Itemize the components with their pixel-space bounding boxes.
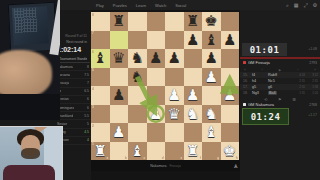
square-e6[interactable]: ♟ [165,49,184,68]
chess-board: 8♜♜♚7♟♝♟6♝♛♞♟♟♟5♞♟4♟♟♟♟3♟♛♞♞2♟♝1a♜bc♝def… [91,12,239,160]
square-h6[interactable] [221,49,240,68]
black-knight-icon: ♞ [131,68,144,87]
white-player-row: GM Nakamura 2768 [240,101,320,108]
square-b3[interactable] [110,105,129,124]
white-player-rating: 2768 [309,103,317,107]
square-d1[interactable]: d [147,142,166,161]
rank-label: 1 [92,142,94,146]
square-f5[interactable] [184,68,203,87]
file-label: a [107,156,109,160]
square-c1[interactable]: c♝ [128,142,147,161]
square-a7[interactable]: 7 [91,31,110,50]
standings-score: 4 [87,138,89,142]
standings-score: 5.5 [84,114,89,118]
tab-standings[interactable]: Tournament Standings [59,57,87,61]
standings-score: 5 [87,122,89,126]
move-white-time: 4:03 [285,73,307,77]
white-player-name: GM Nakamura [248,102,309,107]
black-pawn-icon: ♟ [112,86,125,105]
first-move-icon[interactable]: « [244,68,246,72]
white-queen-icon: ♛ [168,105,181,124]
black-pawn-icon: ♟ [205,49,218,68]
black-player-dot [243,61,246,64]
nav-icons: ⌕▦⤢⚙ [286,0,317,10]
standings-score: 6.5 [84,89,89,93]
standings-row[interactable]: Dominguez6 [55,104,91,112]
square-e3[interactable]: ♛ [165,105,184,124]
move-black-time: 1:24 [307,91,320,95]
standings-score: 4.5 [84,130,89,134]
square-g4[interactable] [202,86,221,105]
square-b6[interactable]: ♛ [110,49,129,68]
square-f4[interactable]: ♟ [184,86,203,105]
black-pawn-icon: ♟ [149,49,162,68]
square-c5[interactable]: ♞ [128,68,147,87]
move-number: 18. [243,91,252,95]
settings-icon[interactable]: ⚙ [313,2,317,8]
black-player-row: GM Firouzja 2793 [240,59,320,66]
square-b2[interactable]: ♟ [110,123,129,142]
streamer-beard [21,148,40,159]
white-rook-icon: ♜ [94,142,107,161]
rank-label: 4 [92,87,94,91]
square-a3[interactable]: 3 [91,105,110,124]
move-black[interactable]: Rab8 [268,73,285,77]
move-white-time: 1:31 [285,91,307,95]
standings-row[interactable]: So6.5 [55,88,91,96]
next-move-icon[interactable]: › [297,68,298,72]
square-c6[interactable]: ♞ [128,49,147,68]
square-h3[interactable] [221,105,240,124]
square-c8[interactable] [128,12,147,31]
square-e8[interactable] [165,12,184,31]
black-player-name: GM Firouzja [248,60,309,65]
standings-row[interactable]: Aronian6 [55,96,91,104]
file-label: e [181,156,183,160]
rank-label: 3 [92,105,94,109]
square-h7[interactable]: ♟ [221,31,240,50]
black-player-rating: 2793 [309,61,317,65]
standings-row[interactable]: Nakamura8 [55,63,91,71]
square-d7[interactable] [147,31,166,50]
round-label: Round 9 of 11 [65,34,87,38]
white-pawn-icon: ♙ [234,163,238,169]
square-c4[interactable] [128,86,147,105]
black-pawn-icon: ♟ [223,31,236,50]
rank-label: 5 [92,68,94,72]
black-king-icon: ♚ [205,12,218,31]
square-a2[interactable]: 2 [91,123,110,142]
move-number: 16. [243,79,252,83]
square-f8[interactable]: ♜ [184,12,203,31]
standings-score: 7 [87,81,89,85]
square-g5[interactable]: ♟ [202,68,221,87]
square-f7[interactable]: ♟ [184,31,203,50]
move-white[interactable]: f4 [252,73,268,77]
square-h4[interactable]: ♟ [221,86,240,105]
rank-label: 6 [92,50,94,54]
move-white-time: 2:10 [285,85,307,89]
file-label: c [144,156,146,160]
file-label: d [162,156,164,160]
countdown-label: Next round in [66,40,87,44]
layout-icon[interactable]: ▦ [294,2,299,8]
move-number: 15. [243,73,252,77]
black-clock-note: +1.08 [308,47,317,51]
white-pawn-icon: ♟ [168,86,181,105]
square-b8[interactable]: ♜ [110,12,129,31]
square-d4[interactable] [147,86,166,105]
move-white[interactable]: Ng3 [252,91,268,95]
white-rook-icon: ♜ [186,142,199,161]
search-icon[interactable]: ⌕ [286,2,289,9]
countdown-timer: 1:02:14 [57,46,81,53]
footer-player-black: Firouzja [169,164,180,168]
square-f3[interactable]: ♞ [184,105,203,124]
file-label: f [200,156,201,160]
standings-score: 8 [87,65,89,69]
square-e2[interactable] [165,123,184,142]
black-clock: 01:01 [242,43,287,56]
nav-item-social[interactable]: Social [175,3,186,8]
square-c2[interactable] [128,123,147,142]
nav-item-puzzles[interactable]: Puzzles [113,3,127,8]
square-c7[interactable] [128,31,147,50]
square-e4[interactable]: ♟ [165,86,184,105]
white-pawn-icon: ♟ [205,68,218,87]
white-bishop-icon: ♝ [131,142,144,161]
streamer-shirt [3,165,55,180]
movelist-controls: «‹▶›» [244,68,316,72]
black-rook-icon: ♜ [186,12,199,31]
move-list: 15.f4Rab84:033:1216.h4Nc52:552:3117.g5g6… [240,72,320,96]
square-b4[interactable]: ♟ [110,86,129,105]
square-b7[interactable] [110,31,129,50]
black-bishop-icon: ♝ [205,31,218,50]
square-g8[interactable]: ♚ [202,12,221,31]
square-e5[interactable] [165,68,184,87]
square-h5[interactable] [221,68,240,87]
white-pawn-icon: ♟ [112,123,125,142]
square-c3[interactable] [128,105,147,124]
square-d3[interactable]: ♟ [147,105,166,124]
square-d5[interactable] [147,68,166,87]
standings-score: 6 [87,97,89,101]
square-b1[interactable]: b [110,142,129,161]
square-g7[interactable]: ♝ [202,31,221,50]
move-number: 17. [243,85,252,89]
nav-item-learn[interactable]: Learn [136,3,146,8]
nav-item-play[interactable]: Play [96,3,104,8]
move-white[interactable]: h4 [252,79,268,83]
rank-label: 2 [92,124,94,128]
square-g1[interactable]: g [202,142,221,161]
sidebar-tabs: ‹ Tournament Standings [56,56,90,63]
standings-row[interactable]: Shankland5.5 [55,112,91,120]
white-player-dot [243,103,246,106]
move-black[interactable]: Ba6 [268,91,277,95]
footer-player-white: Nakamura [150,164,166,168]
file-label: h [236,156,238,160]
prev-move-icon[interactable]: ‹ [262,68,263,72]
square-a1[interactable]: 1a♜ [91,142,110,161]
board-footer: Nakamura Firouzja ♙ [91,160,240,171]
monitor-chessboard [14,8,37,33]
square-d6[interactable]: ♟ [147,49,166,68]
square-e1[interactable]: e [165,142,184,161]
white-pawn-icon: ♟ [223,86,236,105]
black-clock-time: 01:01 [250,45,280,55]
square-b5[interactable] [110,68,129,87]
move-black-time: 3:12 [307,73,320,77]
standings-score: 7.5 [84,73,89,77]
move-row: 18.Ng3Ba61:311:24 [240,90,320,96]
white-knight-icon: ♞ [205,105,218,124]
white-bishop-icon: ♝ [205,123,218,142]
desk-shadow [0,94,60,120]
black-rook-icon: ♜ [112,12,125,31]
white-clock-time: 01:24 [251,112,281,122]
file-label: b [125,156,127,160]
square-a8[interactable]: 8 [91,12,110,31]
move-white-time: 2:55 [285,79,307,83]
square-f1[interactable]: f♜ [184,142,203,161]
nav-item-watch[interactable]: Watch [155,3,166,8]
square-h8[interactable] [221,12,240,31]
square-g3[interactable]: ♞ [202,105,221,124]
standings-row[interactable]: Firouzja7 [55,79,91,87]
black-pawn-icon: ♟ [168,49,181,68]
square-g6[interactable]: ♟ [202,49,221,68]
move-black-time: 1:58 [307,85,320,89]
square-f2[interactable] [184,123,203,142]
square-d8[interactable] [147,12,166,31]
white-clock: 01:24 [242,108,289,125]
streamer-webcam [0,126,63,180]
stream-screen: PlayPuzzlesLearnWatchSocial ⌕▦⤢⚙ Round 9… [0,0,320,180]
white-clock-note: +1.17 [308,113,317,117]
square-a5[interactable]: 5 [91,68,110,87]
move-black[interactable]: Nc5 [268,79,285,83]
play-icon[interactable]: ▶ [279,68,281,72]
standings-row[interactable]: Caruana7.5 [55,71,91,79]
game-panel: 01:01 +1.08 GM Firouzja 2793 «‹▶›» 15.f4… [240,10,320,180]
square-a6[interactable]: 6♝ [91,49,110,68]
white-king-icon: ♚ [223,142,236,161]
nav-items: PlayPuzzlesLearnWatchSocial [96,0,186,10]
last-move-icon[interactable]: » [314,68,316,72]
rank-label: 7 [92,31,94,35]
black-knight-icon: ♞ [131,49,144,68]
streamer-arm [0,50,52,98]
square-f6[interactable] [184,49,203,68]
white-pawn-icon: ♟ [149,105,162,124]
square-d2[interactable] [147,123,166,142]
square-e7[interactable] [165,31,184,50]
move-black-time: 2:31 [307,79,320,83]
black-bishop-icon: ♝ [94,49,107,68]
square-h1[interactable]: h♚ [221,142,240,161]
move-black[interactable]: g6 [268,85,285,89]
white-pawn-icon: ♟ [186,86,199,105]
screen-webcam [0,0,60,120]
white-knight-icon: ♞ [186,105,199,124]
square-a4[interactable]: 4 [91,86,110,105]
standings-score: 6 [87,106,89,110]
black-pawn-icon: ♟ [186,31,199,50]
black-queen-icon: ♛ [112,49,125,68]
file-label: g [217,156,219,160]
square-g2[interactable]: ♝ [202,123,221,142]
square-h2[interactable] [221,123,240,142]
move-white[interactable]: g5 [252,85,268,89]
rank-label: 8 [92,13,94,17]
expand-icon[interactable]: ⤢ [304,2,308,9]
